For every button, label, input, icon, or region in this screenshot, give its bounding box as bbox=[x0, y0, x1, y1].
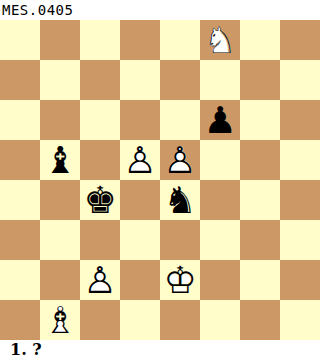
square-f2[interactable] bbox=[200, 260, 240, 300]
square-e5[interactable]: ♟♙ bbox=[160, 140, 200, 180]
square-h4[interactable] bbox=[280, 180, 320, 220]
square-d2[interactable] bbox=[120, 260, 160, 300]
square-e3[interactable] bbox=[160, 220, 200, 260]
square-b2[interactable] bbox=[40, 260, 80, 300]
black-knight-e4: ♞ bbox=[160, 180, 200, 220]
square-f6[interactable]: ♟ bbox=[200, 100, 240, 140]
square-d3[interactable] bbox=[120, 220, 160, 260]
square-h7[interactable] bbox=[280, 60, 320, 100]
square-g3[interactable] bbox=[240, 220, 280, 260]
square-f4[interactable] bbox=[200, 180, 240, 220]
square-d8[interactable] bbox=[120, 20, 160, 60]
white-king-e2: ♔ bbox=[160, 260, 200, 300]
square-c6[interactable] bbox=[80, 100, 120, 140]
move-prompt: 1. ? bbox=[10, 340, 42, 360]
white-pawn-d5: ♙ bbox=[120, 140, 160, 180]
square-f1[interactable] bbox=[200, 300, 240, 340]
square-c7[interactable] bbox=[80, 60, 120, 100]
square-a2[interactable] bbox=[0, 260, 40, 300]
white-bishop-fill: ♝ bbox=[40, 300, 80, 340]
square-d1[interactable] bbox=[120, 300, 160, 340]
square-e2[interactable]: ♚♔ bbox=[160, 260, 200, 300]
black-king-c4: ♚ bbox=[80, 180, 120, 220]
square-b3[interactable] bbox=[40, 220, 80, 260]
square-a4[interactable] bbox=[0, 180, 40, 220]
white-bishop-b1: ♗ bbox=[40, 300, 80, 340]
square-d6[interactable] bbox=[120, 100, 160, 140]
square-e1[interactable] bbox=[160, 300, 200, 340]
square-a7[interactable] bbox=[0, 60, 40, 100]
square-a6[interactable] bbox=[0, 100, 40, 140]
square-f8[interactable]: ♞♘ bbox=[200, 20, 240, 60]
square-c3[interactable] bbox=[80, 220, 120, 260]
white-king-fill: ♚ bbox=[160, 260, 200, 300]
square-b1[interactable]: ♝♗ bbox=[40, 300, 80, 340]
white-pawn-e5: ♙ bbox=[160, 140, 200, 180]
square-e7[interactable] bbox=[160, 60, 200, 100]
square-a5[interactable] bbox=[0, 140, 40, 180]
square-a3[interactable] bbox=[0, 220, 40, 260]
square-c2[interactable]: ♟♙ bbox=[80, 260, 120, 300]
square-c5[interactable] bbox=[80, 140, 120, 180]
square-f5[interactable] bbox=[200, 140, 240, 180]
square-h6[interactable] bbox=[280, 100, 320, 140]
square-b4[interactable] bbox=[40, 180, 80, 220]
white-pawn-fill: ♟ bbox=[160, 140, 200, 180]
square-g5[interactable] bbox=[240, 140, 280, 180]
square-c4[interactable]: ♚ bbox=[80, 180, 120, 220]
square-b8[interactable] bbox=[40, 20, 80, 60]
puzzle-id-title: MES.0405 bbox=[2, 0, 73, 20]
square-g6[interactable] bbox=[240, 100, 280, 140]
square-d7[interactable] bbox=[120, 60, 160, 100]
square-c1[interactable] bbox=[80, 300, 120, 340]
white-knight-f8: ♘ bbox=[200, 20, 240, 60]
square-c8[interactable] bbox=[80, 20, 120, 60]
square-h5[interactable] bbox=[280, 140, 320, 180]
square-e4[interactable]: ♞ bbox=[160, 180, 200, 220]
white-knight-fill: ♞ bbox=[200, 20, 240, 60]
white-pawn-c2: ♙ bbox=[80, 260, 120, 300]
square-f7[interactable] bbox=[200, 60, 240, 100]
square-h8[interactable] bbox=[280, 20, 320, 60]
square-e8[interactable] bbox=[160, 20, 200, 60]
square-a1[interactable] bbox=[0, 300, 40, 340]
square-e6[interactable] bbox=[160, 100, 200, 140]
square-b7[interactable] bbox=[40, 60, 80, 100]
square-d5[interactable]: ♟♙ bbox=[120, 140, 160, 180]
square-g4[interactable] bbox=[240, 180, 280, 220]
square-g2[interactable] bbox=[240, 260, 280, 300]
square-f3[interactable] bbox=[200, 220, 240, 260]
square-h3[interactable] bbox=[280, 220, 320, 260]
white-pawn-fill: ♟ bbox=[80, 260, 120, 300]
black-bishop-b5: ♝ bbox=[40, 140, 80, 180]
square-d4[interactable] bbox=[120, 180, 160, 220]
chess-diagram-window: MES.0405 ♞♘♟♝♟♙♟♙♚♞♟♙♚♔♝♗ 1. ? bbox=[0, 0, 320, 360]
square-b6[interactable] bbox=[40, 100, 80, 140]
square-h1[interactable] bbox=[280, 300, 320, 340]
black-pawn-f6: ♟ bbox=[200, 100, 240, 140]
white-pawn-fill: ♟ bbox=[120, 140, 160, 180]
square-b5[interactable]: ♝ bbox=[40, 140, 80, 180]
square-g7[interactable] bbox=[240, 60, 280, 100]
chess-board: ♞♘♟♝♟♙♟♙♚♞♟♙♚♔♝♗ bbox=[0, 20, 320, 340]
square-g8[interactable] bbox=[240, 20, 280, 60]
square-a8[interactable] bbox=[0, 20, 40, 60]
square-h2[interactable] bbox=[280, 260, 320, 300]
square-g1[interactable] bbox=[240, 300, 280, 340]
